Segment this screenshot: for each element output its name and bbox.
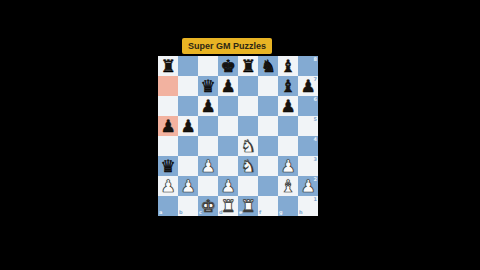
square-b8[interactable] bbox=[178, 56, 198, 76]
square-b4[interactable] bbox=[178, 136, 198, 156]
square-h4[interactable]: 4 bbox=[298, 136, 318, 156]
piece-white-pawn-a2[interactable]: ♟ bbox=[158, 176, 178, 196]
piece-white-rook-d1[interactable]: ♜ bbox=[218, 196, 238, 216]
square-a6[interactable] bbox=[158, 96, 178, 116]
square-f4[interactable] bbox=[258, 136, 278, 156]
square-b5[interactable]: ♟ bbox=[178, 116, 198, 136]
square-c3[interactable]: ♟ bbox=[198, 156, 218, 176]
piece-black-rook-a8[interactable]: ♜ bbox=[158, 56, 178, 76]
square-a4[interactable] bbox=[158, 136, 178, 156]
piece-black-knight-f8[interactable]: ♞ bbox=[258, 56, 278, 76]
rank-label-8: 8 bbox=[314, 57, 317, 62]
piece-white-pawn-c3[interactable]: ♟ bbox=[198, 156, 218, 176]
square-d6[interactable] bbox=[218, 96, 238, 116]
square-b2[interactable]: ♟ bbox=[178, 176, 198, 196]
square-h8[interactable]: 8 bbox=[298, 56, 318, 76]
square-e1[interactable]: e♜ bbox=[238, 196, 258, 216]
square-d7[interactable]: ♟ bbox=[218, 76, 238, 96]
square-c2[interactable] bbox=[198, 176, 218, 196]
square-h5[interactable]: 5 bbox=[298, 116, 318, 136]
piece-white-pawn-g3[interactable]: ♟ bbox=[278, 156, 298, 176]
square-h7[interactable]: 7♟ bbox=[298, 76, 318, 96]
piece-white-pawn-d2[interactable]: ♟ bbox=[218, 176, 238, 196]
square-b7[interactable] bbox=[178, 76, 198, 96]
square-f6[interactable] bbox=[258, 96, 278, 116]
square-f1[interactable]: f bbox=[258, 196, 278, 216]
square-e3[interactable]: ♞ bbox=[238, 156, 258, 176]
square-h6[interactable]: 6 bbox=[298, 96, 318, 116]
file-label-f: f bbox=[259, 210, 261, 215]
square-d8[interactable]: ♚ bbox=[218, 56, 238, 76]
square-g1[interactable]: g bbox=[278, 196, 298, 216]
square-h3[interactable]: 3 bbox=[298, 156, 318, 176]
square-c5[interactable] bbox=[198, 116, 218, 136]
piece-black-pawn-c6[interactable]: ♟ bbox=[198, 96, 218, 116]
square-d5[interactable] bbox=[218, 116, 238, 136]
square-a8[interactable]: ♜ bbox=[158, 56, 178, 76]
title-badge: Super GM Puzzles bbox=[182, 38, 272, 54]
square-g2[interactable]: ♝ bbox=[278, 176, 298, 196]
square-a3[interactable]: ♛ bbox=[158, 156, 178, 176]
piece-black-pawn-g6[interactable]: ♟ bbox=[278, 96, 298, 116]
square-c7[interactable]: ♛ bbox=[198, 76, 218, 96]
square-e4[interactable]: ♞ bbox=[238, 136, 258, 156]
square-e6[interactable] bbox=[238, 96, 258, 116]
square-c4[interactable] bbox=[198, 136, 218, 156]
file-label-b: b bbox=[179, 210, 183, 215]
video-frame-background: Super GM Puzzles ♜♚♜♞♝8♛♟♝7♟♟♟6♟♟5♞4♛♟♞♟… bbox=[0, 0, 480, 270]
square-g5[interactable] bbox=[278, 116, 298, 136]
square-e2[interactable] bbox=[238, 176, 258, 196]
rank-label-3: 3 bbox=[314, 157, 317, 162]
square-c8[interactable] bbox=[198, 56, 218, 76]
piece-black-pawn-b5[interactable]: ♟ bbox=[178, 116, 198, 136]
piece-white-knight-e3[interactable]: ♞ bbox=[238, 156, 258, 176]
square-g8[interactable]: ♝ bbox=[278, 56, 298, 76]
piece-black-bishop-g7[interactable]: ♝ bbox=[278, 76, 298, 96]
square-a1[interactable]: a bbox=[158, 196, 178, 216]
square-f8[interactable]: ♞ bbox=[258, 56, 278, 76]
square-e5[interactable] bbox=[238, 116, 258, 136]
square-f7[interactable] bbox=[258, 76, 278, 96]
rank-label-6: 6 bbox=[314, 97, 317, 102]
chess-board: ♜♚♜♞♝8♛♟♝7♟♟♟6♟♟5♞4♛♟♞♟3♟♟♟♝2♟abc♚d♜e♜fg… bbox=[158, 56, 318, 216]
piece-black-pawn-a5[interactable]: ♟ bbox=[158, 116, 178, 136]
square-g3[interactable]: ♟ bbox=[278, 156, 298, 176]
piece-white-pawn-b2[interactable]: ♟ bbox=[178, 176, 198, 196]
piece-white-knight-e4[interactable]: ♞ bbox=[238, 136, 258, 156]
rank-label-1: 1 bbox=[314, 197, 317, 202]
piece-black-pawn-h7[interactable]: ♟ bbox=[298, 76, 318, 96]
square-h2[interactable]: 2♟ bbox=[298, 176, 318, 196]
square-b1[interactable]: b bbox=[178, 196, 198, 216]
square-h1[interactable]: 1h bbox=[298, 196, 318, 216]
square-g4[interactable] bbox=[278, 136, 298, 156]
rank-label-4: 4 bbox=[314, 137, 317, 142]
square-f2[interactable] bbox=[258, 176, 278, 196]
piece-white-king-c1[interactable]: ♚ bbox=[198, 196, 218, 216]
square-a7[interactable] bbox=[158, 76, 178, 96]
square-b3[interactable] bbox=[178, 156, 198, 176]
square-e7[interactable] bbox=[238, 76, 258, 96]
piece-black-queen-a3[interactable]: ♛ bbox=[158, 156, 178, 176]
piece-black-bishop-g8[interactable]: ♝ bbox=[278, 56, 298, 76]
square-c1[interactable]: c♚ bbox=[198, 196, 218, 216]
square-d2[interactable]: ♟ bbox=[218, 176, 238, 196]
file-label-a: a bbox=[159, 210, 162, 215]
piece-black-rook-e8[interactable]: ♜ bbox=[238, 56, 258, 76]
piece-black-king-d8[interactable]: ♚ bbox=[218, 56, 238, 76]
piece-white-pawn-h2[interactable]: ♟ bbox=[298, 176, 318, 196]
square-d1[interactable]: d♜ bbox=[218, 196, 238, 216]
rank-label-5: 5 bbox=[314, 117, 317, 122]
square-g7[interactable]: ♝ bbox=[278, 76, 298, 96]
square-d3[interactable] bbox=[218, 156, 238, 176]
square-d4[interactable] bbox=[218, 136, 238, 156]
piece-white-bishop-g2[interactable]: ♝ bbox=[278, 176, 298, 196]
square-g6[interactable]: ♟ bbox=[278, 96, 298, 116]
file-label-g: g bbox=[279, 210, 283, 215]
square-f3[interactable] bbox=[258, 156, 278, 176]
square-a2[interactable]: ♟ bbox=[158, 176, 178, 196]
piece-white-rook-e1[interactable]: ♜ bbox=[238, 196, 258, 216]
square-c6[interactable]: ♟ bbox=[198, 96, 218, 116]
square-a5[interactable]: ♟ bbox=[158, 116, 178, 136]
file-label-h: h bbox=[299, 210, 303, 215]
piece-black-queen-c7[interactable]: ♛ bbox=[198, 76, 218, 96]
square-e8[interactable]: ♜ bbox=[238, 56, 258, 76]
square-b6[interactable] bbox=[178, 96, 198, 116]
square-f5[interactable] bbox=[258, 116, 278, 136]
piece-black-pawn-d7[interactable]: ♟ bbox=[218, 76, 238, 96]
